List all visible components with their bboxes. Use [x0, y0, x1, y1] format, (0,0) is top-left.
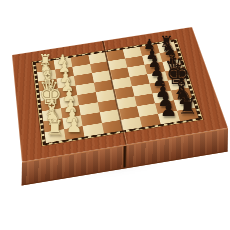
- piece-black-rook[interactable]: ♜: [177, 95, 197, 117]
- chess-set-photo: ♜♞♝♛♚♝♞♜♟♟♟♟♟♟♟♟♟♟♟♟♟♟♟♟♜♞♝♛♚♝♞♜: [0, 0, 230, 230]
- piece-white-pawn[interactable]: ♟: [66, 117, 83, 135]
- piece-white-rook[interactable]: ♜: [45, 118, 64, 139]
- piece-black-pawn[interactable]: ♟: [160, 101, 178, 121]
- pieces-layer: ♜♞♝♛♚♝♞♜♟♟♟♟♟♟♟♟♟♟♟♟♟♟♟♟♜♞♝♛♚♝♞♜: [0, 0, 230, 230]
